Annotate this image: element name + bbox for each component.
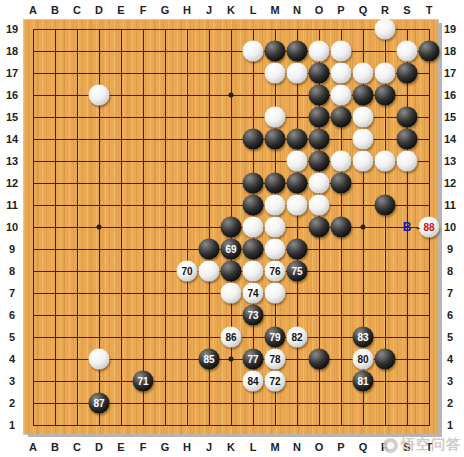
row-label-left-18: 18 (6, 45, 18, 57)
col-label-bottom-G: G (161, 441, 170, 453)
col-label-bottom-P: P (337, 441, 344, 453)
black-stone-N9 (287, 239, 308, 260)
row-label-left-16: 16 (6, 89, 18, 101)
row-label-left-9: 9 (9, 243, 15, 255)
row-label-right-1: 1 (447, 419, 453, 431)
black-stone-J4-move-85: 85 (199, 349, 220, 370)
white-stone-Q15 (353, 107, 374, 128)
row-label-right-18: 18 (444, 45, 456, 57)
white-stone-P16 (331, 85, 352, 106)
row-label-left-12: 12 (6, 177, 18, 189)
white-stone-S18 (397, 41, 418, 62)
black-stone-O13 (309, 151, 330, 172)
col-label-bottom-L: L (250, 441, 257, 453)
row-label-right-2: 2 (447, 397, 453, 409)
marker-label-B: B (403, 220, 412, 234)
row-label-left-10: 10 (6, 221, 18, 233)
row-label-right-17: 17 (444, 67, 456, 79)
row-label-left-19: 19 (6, 23, 18, 35)
col-label-top-R: R (381, 4, 389, 16)
black-stone-M18 (265, 41, 286, 62)
black-stone-N8-move-75: 75 (287, 261, 308, 282)
black-stone-N14 (287, 129, 308, 150)
white-stone-D16 (89, 85, 110, 106)
black-stone-R16 (375, 85, 396, 106)
black-stone-K8 (221, 261, 242, 282)
white-stone-L18 (243, 41, 264, 62)
black-stone-Q16 (353, 85, 374, 106)
white-stone-P17 (331, 63, 352, 84)
black-stone-P15 (331, 107, 352, 128)
row-label-left-17: 17 (6, 67, 18, 79)
white-stone-M8-move-76: 76 (265, 261, 286, 282)
white-stone-M11 (265, 195, 286, 216)
white-stone-R13 (375, 151, 396, 172)
col-label-bottom-R: R (381, 441, 389, 453)
col-label-bottom-T: T (426, 441, 433, 453)
col-label-bottom-J: J (206, 441, 212, 453)
white-stone-M3-move-72: 72 (265, 371, 286, 392)
col-label-top-L: L (250, 4, 257, 16)
col-label-bottom-M: M (270, 441, 279, 453)
white-stone-D4 (89, 349, 110, 370)
black-stone-L12 (243, 173, 264, 194)
white-stone-Q14 (353, 129, 374, 150)
col-label-bottom-H: H (183, 441, 191, 453)
col-label-top-F: F (140, 4, 147, 16)
white-stone-M4-move-78: 78 (265, 349, 286, 370)
white-stone-O11 (309, 195, 330, 216)
black-stone-D2-move-87: 87 (89, 393, 110, 414)
row-label-left-8: 8 (9, 265, 15, 277)
white-stone-L8 (243, 261, 264, 282)
black-stone-S17 (397, 63, 418, 84)
row-label-right-7: 7 (447, 287, 453, 299)
col-label-top-J: J (206, 4, 212, 16)
col-label-bottom-O: O (315, 441, 324, 453)
white-stone-R17 (375, 63, 396, 84)
col-label-top-O: O (315, 4, 324, 16)
row-label-left-11: 11 (6, 199, 18, 211)
col-label-top-Q: Q (359, 4, 368, 16)
white-stone-M9 (265, 239, 286, 260)
col-label-top-K: K (227, 4, 235, 16)
black-stone-M5-move-79: 79 (265, 327, 286, 348)
row-label-left-1: 1 (9, 419, 15, 431)
black-stone-N18 (287, 41, 308, 62)
black-stone-M12 (265, 173, 286, 194)
row-label-left-7: 7 (9, 287, 15, 299)
go-diagram-page: ABCDEFGHJKLMNOPQRST ABCDEFGHJKLMNOPQRST … (0, 0, 464, 457)
black-stone-O10 (309, 217, 330, 238)
black-stone-P12 (331, 173, 352, 194)
white-stone-R19 (375, 19, 396, 40)
white-stone-S13 (397, 151, 418, 172)
row-label-right-4: 4 (447, 353, 453, 365)
black-stone-Q5-move-83: 83 (353, 327, 374, 348)
white-stone-P13 (331, 151, 352, 172)
row-label-right-14: 14 (444, 133, 456, 145)
star-point-D10 (97, 225, 102, 230)
black-stone-R4 (375, 349, 396, 370)
row-label-left-5: 5 (9, 331, 15, 343)
row-label-right-13: 13 (444, 155, 456, 167)
row-label-right-12: 12 (444, 177, 456, 189)
white-stone-O12 (309, 173, 330, 194)
row-label-left-6: 6 (9, 309, 15, 321)
black-stone-S14 (397, 129, 418, 150)
white-stone-M10 (265, 217, 286, 238)
white-stone-N11 (287, 195, 308, 216)
col-label-bottom-S: S (403, 441, 410, 453)
col-label-top-S: S (403, 4, 410, 16)
row-label-right-11: 11 (444, 199, 456, 211)
col-label-bottom-E: E (117, 441, 124, 453)
white-stone-L7-move-74: 74 (243, 283, 264, 304)
row-label-left-2: 2 (9, 397, 15, 409)
col-label-top-B: B (51, 4, 59, 16)
white-stone-T10-move-88: 88 (419, 217, 440, 238)
black-stone-R11 (375, 195, 396, 216)
star-point-K16 (229, 93, 234, 98)
black-stone-Q3-move-81: 81 (353, 371, 374, 392)
row-label-right-8: 8 (447, 265, 453, 277)
marker-separator: - (416, 221, 420, 233)
row-label-right-5: 5 (447, 331, 453, 343)
black-stone-K9-move-69: 69 (221, 239, 242, 260)
row-label-left-3: 3 (9, 375, 15, 387)
col-label-top-C: C (73, 4, 81, 16)
white-stone-N13 (287, 151, 308, 172)
white-stone-J8 (199, 261, 220, 282)
star-point-K4 (229, 357, 234, 362)
white-stone-N17 (287, 63, 308, 84)
col-label-top-D: D (95, 4, 103, 16)
white-stone-Q13 (353, 151, 374, 172)
col-label-top-M: M (270, 4, 279, 16)
black-stone-S15 (397, 107, 418, 128)
black-stone-M14 (265, 129, 286, 150)
row-label-left-15: 15 (6, 111, 18, 123)
row-label-right-16: 16 (444, 89, 456, 101)
black-stone-O14 (309, 129, 330, 150)
row-label-right-10: 10 (444, 221, 456, 233)
watermark: 悟空问答 (383, 436, 461, 454)
col-label-top-G: G (161, 4, 170, 16)
col-label-top-A: A (29, 4, 37, 16)
col-label-bottom-B: B (51, 441, 59, 453)
white-stone-K5-move-86: 86 (221, 327, 242, 348)
white-stone-M7 (265, 283, 286, 304)
col-label-top-H: H (183, 4, 191, 16)
black-stone-F3-move-71: 71 (133, 371, 154, 392)
col-label-top-T: T (426, 4, 433, 16)
col-label-top-P: P (337, 4, 344, 16)
black-stone-L11 (243, 195, 264, 216)
row-label-right-15: 15 (444, 111, 456, 123)
row-label-left-14: 14 (6, 133, 18, 145)
black-stone-L6-move-73: 73 (243, 305, 264, 326)
white-stone-M15 (265, 107, 286, 128)
black-stone-J9 (199, 239, 220, 260)
col-label-bottom-Q: Q (359, 441, 368, 453)
white-stone-P18 (331, 41, 352, 62)
white-stone-M17 (265, 63, 286, 84)
white-stone-H8-move-70: 70 (177, 261, 198, 282)
row-label-left-4: 4 (9, 353, 15, 365)
black-stone-O16 (309, 85, 330, 106)
white-stone-K7 (221, 283, 242, 304)
white-stone-L3-move-84: 84 (243, 371, 264, 392)
white-stone-Q17 (353, 63, 374, 84)
white-stone-Q4-move-80: 80 (353, 349, 374, 370)
white-stone-N5-move-82: 82 (287, 327, 308, 348)
star-point-Q10 (361, 225, 366, 230)
go-board: 8869707675747386798283857778807184728187… (24, 20, 438, 434)
col-label-bottom-D: D (95, 441, 103, 453)
col-label-bottom-K: K (227, 441, 235, 453)
black-stone-O4 (309, 349, 330, 370)
row-label-left-13: 13 (6, 155, 18, 167)
col-label-bottom-N: N (293, 441, 301, 453)
black-stone-K10 (221, 217, 242, 238)
col-label-bottom-C: C (73, 441, 81, 453)
col-label-bottom-F: F (140, 441, 147, 453)
black-stone-L9 (243, 239, 264, 260)
row-label-right-6: 6 (447, 309, 453, 321)
black-stone-O15 (309, 107, 330, 128)
black-stone-O17 (309, 63, 330, 84)
col-label-bottom-A: A (29, 441, 37, 453)
black-stone-L4-move-77: 77 (243, 349, 264, 370)
black-stone-L14 (243, 129, 264, 150)
white-stone-O18 (309, 41, 330, 62)
black-stone-N12 (287, 173, 308, 194)
col-label-top-N: N (293, 4, 301, 16)
white-stone-L10 (243, 217, 264, 238)
col-label-top-E: E (117, 4, 124, 16)
row-label-right-3: 3 (447, 375, 453, 387)
row-label-right-9: 9 (447, 243, 453, 255)
row-label-right-19: 19 (444, 23, 456, 35)
black-stone-P10 (331, 217, 352, 238)
black-stone-T18 (419, 41, 440, 62)
